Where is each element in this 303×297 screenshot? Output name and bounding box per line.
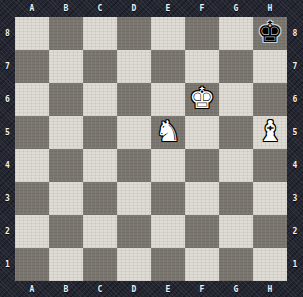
square-g6[interactable] <box>219 83 253 116</box>
file-label-e: E <box>151 0 185 17</box>
white-knight-icon[interactable]: ♞ <box>151 115 185 148</box>
square-b8[interactable] <box>49 17 83 50</box>
square-e3[interactable] <box>151 182 185 215</box>
square-c4[interactable] <box>83 149 117 182</box>
square-e7[interactable] <box>151 50 185 83</box>
square-e4[interactable] <box>151 149 185 182</box>
file-label-a: A <box>15 0 49 17</box>
file-label-g: G <box>219 0 253 17</box>
square-b1[interactable] <box>49 248 83 281</box>
square-g3[interactable] <box>219 182 253 215</box>
file-label-d: D <box>117 281 151 297</box>
square-f1[interactable] <box>185 248 219 281</box>
file-label-b: B <box>49 0 83 17</box>
square-a5[interactable] <box>15 116 49 149</box>
square-h4[interactable] <box>253 149 287 182</box>
square-f4[interactable] <box>185 149 219 182</box>
square-f3[interactable] <box>185 182 219 215</box>
square-h1[interactable] <box>253 248 287 281</box>
square-a3[interactable] <box>15 182 49 215</box>
square-d7[interactable] <box>117 50 151 83</box>
square-b6[interactable] <box>49 83 83 116</box>
square-h5[interactable]: ♝ <box>253 116 287 149</box>
rank-label-4: 4 <box>287 149 303 182</box>
square-d2[interactable] <box>117 215 151 248</box>
file-label-f: F <box>185 281 219 297</box>
square-c1[interactable] <box>83 248 117 281</box>
square-c6[interactable] <box>83 83 117 116</box>
file-label-a: A <box>15 281 49 297</box>
square-d8[interactable] <box>117 17 151 50</box>
square-a6[interactable] <box>15 83 49 116</box>
square-c5[interactable] <box>83 116 117 149</box>
square-a2[interactable] <box>15 215 49 248</box>
square-f5[interactable] <box>185 116 219 149</box>
square-d4[interactable] <box>117 149 151 182</box>
square-c3[interactable] <box>83 182 117 215</box>
square-f8[interactable] <box>185 17 219 50</box>
file-label-c: C <box>83 0 117 17</box>
rank-label-5: 5 <box>287 116 303 149</box>
rank-labels-left: 87654321 <box>0 17 15 281</box>
file-label-e: E <box>151 281 185 297</box>
square-d3[interactable] <box>117 182 151 215</box>
rank-label-2: 2 <box>287 215 303 248</box>
square-h3[interactable] <box>253 182 287 215</box>
file-label-b: B <box>49 281 83 297</box>
square-f6[interactable]: ♚ <box>185 83 219 116</box>
file-labels-bottom: ABCDEFGH <box>15 281 287 297</box>
rank-label-8: 8 <box>287 17 303 50</box>
square-b2[interactable] <box>49 215 83 248</box>
square-b7[interactable] <box>49 50 83 83</box>
square-g8[interactable] <box>219 17 253 50</box>
square-b4[interactable] <box>49 149 83 182</box>
square-c7[interactable] <box>83 50 117 83</box>
rank-label-7: 7 <box>287 50 303 83</box>
rank-labels-right: 87654321 <box>287 17 303 281</box>
white-king-icon[interactable]: ♚ <box>185 82 219 115</box>
square-g5[interactable] <box>219 116 253 149</box>
file-label-g: G <box>219 281 253 297</box>
square-h8[interactable]: ♚ <box>253 17 287 50</box>
chess-board: ♚♚♞♝ <box>15 17 287 281</box>
square-a4[interactable] <box>15 149 49 182</box>
square-g7[interactable] <box>219 50 253 83</box>
square-f2[interactable] <box>185 215 219 248</box>
square-e2[interactable] <box>151 215 185 248</box>
black-king-icon[interactable]: ♚ <box>253 16 287 49</box>
rank-label-7: 7 <box>0 50 15 83</box>
file-label-c: C <box>83 281 117 297</box>
square-h6[interactable] <box>253 83 287 116</box>
rank-label-1: 1 <box>0 248 15 281</box>
square-a1[interactable] <box>15 248 49 281</box>
square-e8[interactable] <box>151 17 185 50</box>
square-d1[interactable] <box>117 248 151 281</box>
square-d6[interactable] <box>117 83 151 116</box>
file-labels-top: ABCDEFGH <box>15 0 287 17</box>
square-h2[interactable] <box>253 215 287 248</box>
square-c2[interactable] <box>83 215 117 248</box>
square-e1[interactable] <box>151 248 185 281</box>
rank-label-8: 8 <box>0 17 15 50</box>
white-bishop-icon[interactable]: ♝ <box>253 115 287 148</box>
rank-label-3: 3 <box>287 182 303 215</box>
file-label-f: F <box>185 0 219 17</box>
square-a8[interactable] <box>15 17 49 50</box>
square-d5[interactable] <box>117 116 151 149</box>
square-h7[interactable] <box>253 50 287 83</box>
square-b5[interactable] <box>49 116 83 149</box>
square-c8[interactable] <box>83 17 117 50</box>
square-a7[interactable] <box>15 50 49 83</box>
file-label-d: D <box>117 0 151 17</box>
square-e6[interactable] <box>151 83 185 116</box>
rank-label-6: 6 <box>0 83 15 116</box>
rank-label-3: 3 <box>0 182 15 215</box>
square-g4[interactable] <box>219 149 253 182</box>
rank-label-4: 4 <box>0 149 15 182</box>
rank-label-1: 1 <box>287 248 303 281</box>
square-g1[interactable] <box>219 248 253 281</box>
file-label-h: H <box>253 281 287 297</box>
rank-label-6: 6 <box>287 83 303 116</box>
chess-board-window: ABCDEFGH ABCDEFGH 87654321 87654321 ♚♚♞♝ <box>0 0 303 297</box>
square-b3[interactable] <box>49 182 83 215</box>
square-e5[interactable]: ♞ <box>151 116 185 149</box>
rank-label-2: 2 <box>0 215 15 248</box>
rank-label-5: 5 <box>0 116 15 149</box>
square-g2[interactable] <box>219 215 253 248</box>
square-f7[interactable] <box>185 50 219 83</box>
